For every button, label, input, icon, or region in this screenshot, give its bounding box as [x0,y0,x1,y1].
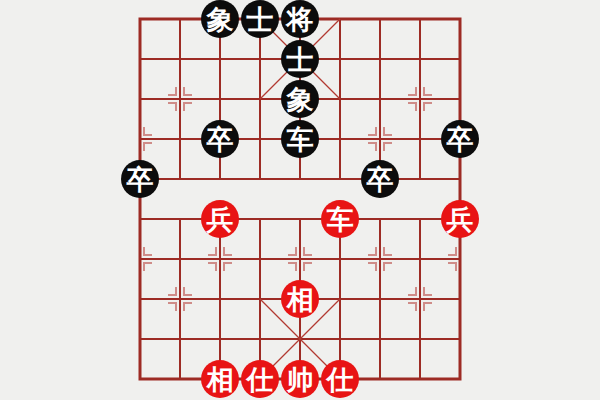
piece-red-soldier-1[interactable]: 兵 [201,200,239,238]
piece-black-chariot[interactable]: 车 [281,120,319,158]
piece-black-elephant-2[interactable]: 象 [281,80,319,118]
piece-black-soldier-1[interactable]: 卒 [201,120,239,158]
piece-red-chariot[interactable]: 车 [321,200,359,238]
piece-black-king[interactable]: 将 [281,0,319,38]
board-grid: 象士将士象卒车卒卒卒兵车兵相相仕帅仕 [120,0,480,399]
piece-black-soldier-3[interactable]: 卒 [121,160,159,198]
piece-black-soldier-4[interactable]: 卒 [361,160,399,198]
piece-black-soldier-2[interactable]: 卒 [441,120,479,158]
piece-black-elephant-1[interactable]: 象 [201,0,239,38]
piece-red-elephant-2[interactable]: 相 [201,360,239,398]
piece-black-advisor-1[interactable]: 士 [241,0,279,38]
piece-red-advisor-1[interactable]: 仕 [241,360,279,398]
xiangqi-diagram: 象士将士象卒车卒卒卒兵车兵相相仕帅仕 [0,0,600,400]
piece-black-advisor-2[interactable]: 士 [281,40,319,78]
piece-red-elephant-1[interactable]: 相 [281,280,319,318]
piece-red-advisor-2[interactable]: 仕 [321,360,359,398]
piece-red-king[interactable]: 帅 [281,360,319,398]
piece-red-soldier-2[interactable]: 兵 [441,200,479,238]
